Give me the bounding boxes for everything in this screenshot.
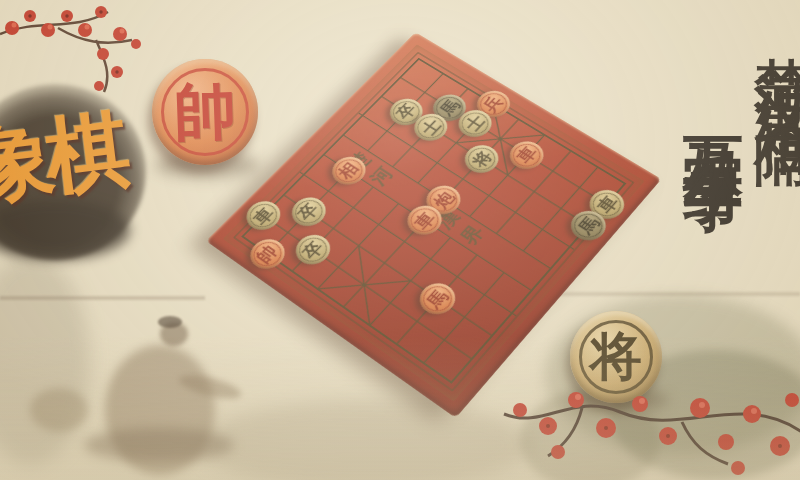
calligraphy-left-column: 万马千军纷争 <box>673 90 754 132</box>
ink-wash-left <box>0 255 90 465</box>
piece-glyph: 帥 <box>254 242 281 265</box>
ink-mountains <box>200 400 530 480</box>
piece-glyph: 車 <box>250 205 277 227</box>
piece-glyph: 馬 <box>437 97 463 118</box>
piece-glyph: 馬 <box>575 214 602 237</box>
ink-figure-robe <box>105 345 215 475</box>
ink-figure-hair <box>158 316 182 328</box>
piece-glyph: 車 <box>513 144 539 165</box>
big-red-general-piece[interactable]: 帥 <box>152 59 258 165</box>
piece-glyph: 卒 <box>299 238 326 261</box>
ink-figure-arm <box>177 371 243 404</box>
table-edge-left <box>0 296 205 300</box>
piece-glyph: 炮 <box>430 189 457 211</box>
red-general-glyph: 帥 <box>173 69 238 155</box>
ink-rock <box>30 388 88 432</box>
ink-strokes <box>84 428 234 462</box>
piece-glyph: 相 <box>335 160 361 182</box>
piece-glyph: 車 <box>411 209 438 232</box>
piece-glyph: 馬 <box>424 287 452 311</box>
app-logo: 象棋 <box>0 107 127 209</box>
piece-glyph: 卒 <box>393 101 419 122</box>
xiangqi-banner: 象棋 帥 楚河漢界 兵馬士車車卒士将馬炮相車卒馬車卒帥 将 <box>0 0 800 480</box>
piece-glyph: 将 <box>469 148 495 169</box>
piece-glyph: 士 <box>462 113 488 134</box>
piece-glyph: 卒 <box>295 201 322 223</box>
plum-branch-bottom-right <box>492 372 800 480</box>
ink-figure-head <box>160 322 188 346</box>
table-edge-right <box>560 292 800 296</box>
piece-glyph: 士 <box>418 117 444 138</box>
